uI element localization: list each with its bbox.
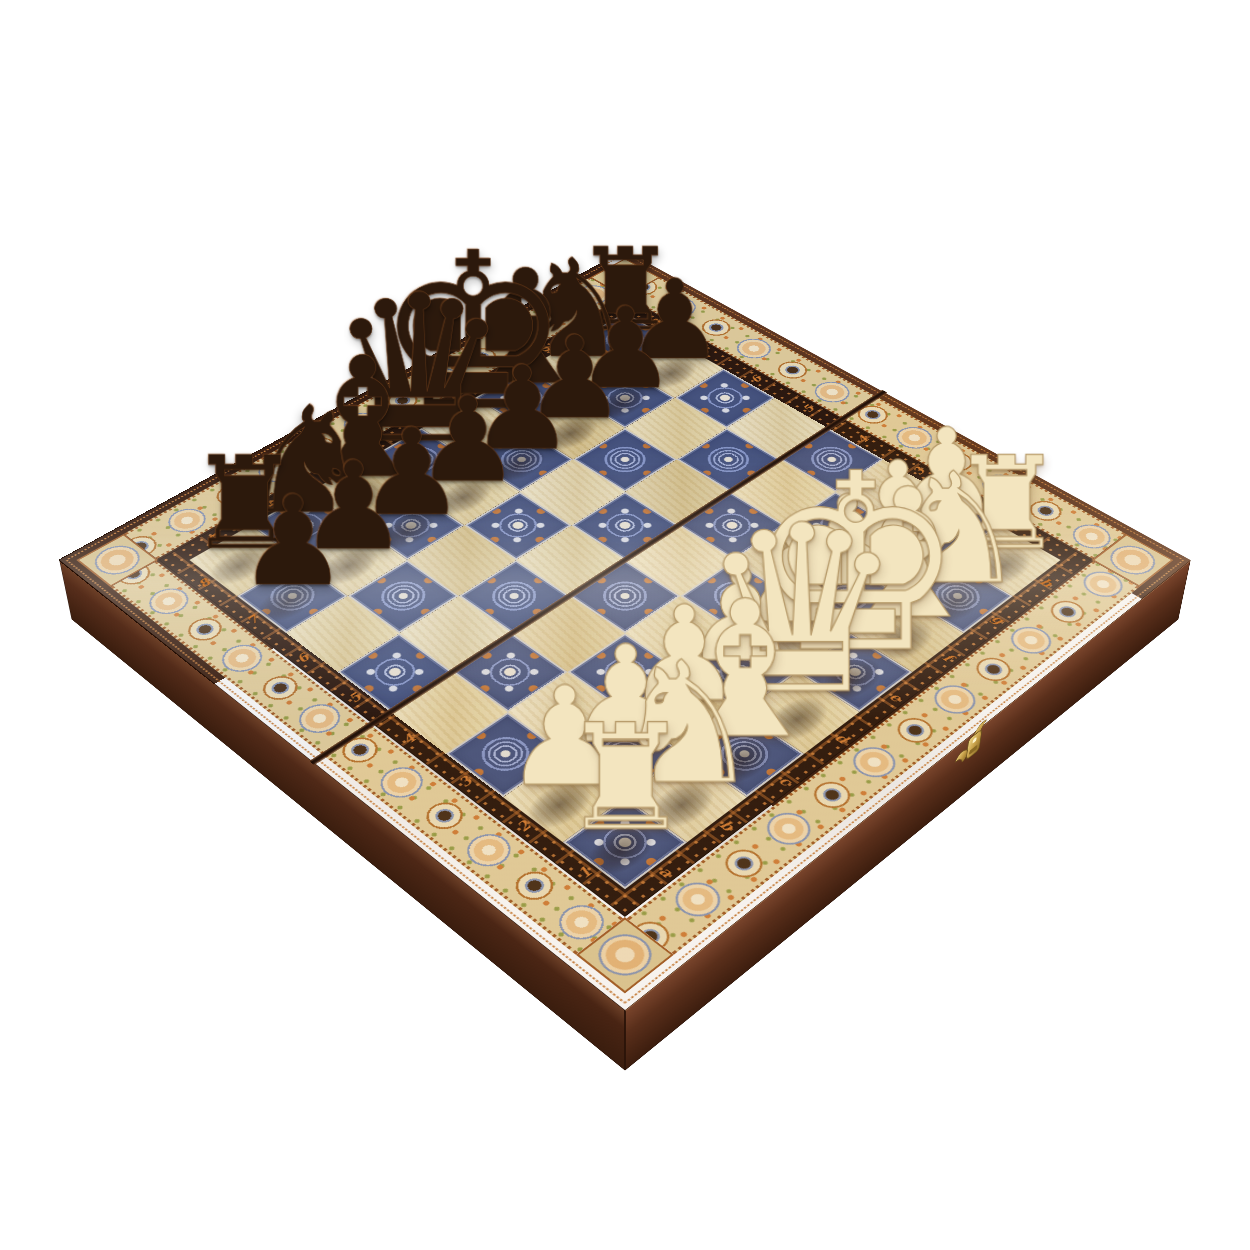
scene: ♜♞♝♛♚♝♞♜♟♟♟♟♟♟♟♟♟♟♟♟♟♟♟♟♜♞♝♛♚♝♞♜ aabbccd…	[0, 0, 1250, 1250]
black-pawn[interactable]: ♟	[237, 479, 348, 603]
chess-box: ♜♞♝♛♚♝♞♜♟♟♟♟♟♟♟♟♟♟♟♟♟♟♟♟♜♞♝♛♚♝♞♜ aabbccd…	[59, 250, 1190, 1010]
white-rook[interactable]: ♜	[559, 705, 690, 851]
board-face: ♜♞♝♛♚♝♞♜♟♟♟♟♟♟♟♟♟♟♟♟♟♟♟♟♜♞♝♛♚♝♞♜ aabbccd…	[59, 250, 1190, 1010]
